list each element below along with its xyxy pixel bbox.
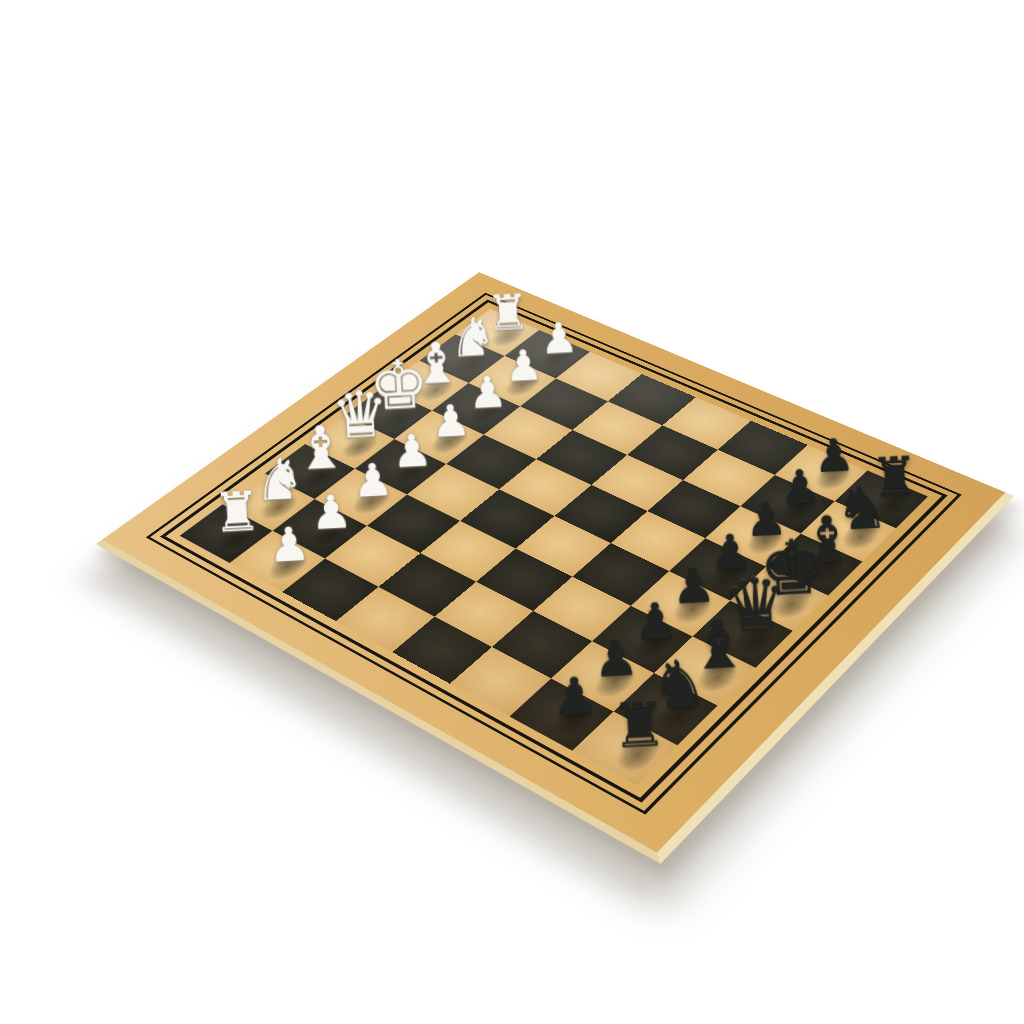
white-pawn-a2[interactable]: ♟ (254, 519, 324, 569)
black-rook-a8[interactable]: ♜ (600, 693, 678, 758)
chess-board: ♜♞♝♛♚♝♞♜♟♟♟♟♟♟♟♟♟♟♟♟♟♟♟♟♜♞♝♛♚♝♞♜ (96, 272, 1014, 864)
chess-set-photo: ♜♞♝♛♚♝♞♜♟♟♟♟♟♟♟♟♟♟♟♟♟♟♟♟♜♞♝♛♚♝♞♜ (0, 0, 1024, 1024)
camera-tilt: ♜♞♝♛♚♝♞♜♟♟♟♟♟♟♟♟♟♟♟♟♟♟♟♟♜♞♝♛♚♝♞♜ (0, 0, 1024, 1024)
perspective-scene: ♜♞♝♛♚♝♞♜♟♟♟♟♟♟♟♟♟♟♟♟♟♟♟♟♜♞♝♛♚♝♞♜ (0, 0, 1024, 1024)
board-grid: ♜♞♝♛♚♝♞♜♟♟♟♟♟♟♟♟♟♟♟♟♟♟♟♟♜♞♝♛♚♝♞♜ (180, 309, 928, 786)
